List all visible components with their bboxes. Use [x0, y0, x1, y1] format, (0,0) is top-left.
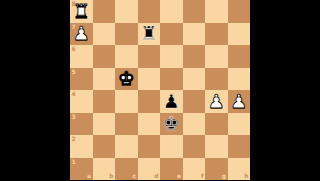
square-c7[interactable]: [115, 23, 138, 46]
square-c6[interactable]: [115, 45, 138, 68]
square-a7[interactable]: 7♟: [70, 23, 93, 46]
square-e6[interactable]: [160, 45, 183, 68]
square-a6[interactable]: 6: [70, 45, 93, 68]
square-b5[interactable]: [93, 68, 116, 91]
square-a1[interactable]: 1a: [70, 158, 93, 181]
square-f7[interactable]: [183, 23, 206, 46]
square-g3[interactable]: [205, 113, 228, 136]
file-label-c: c: [132, 173, 136, 179]
file-label-d: d: [154, 173, 158, 179]
square-c5[interactable]: ♚: [115, 68, 138, 91]
square-a4[interactable]: 4: [70, 90, 93, 113]
piece-black-pawn[interactable]: ♟: [160, 90, 183, 113]
square-f4[interactable]: [183, 90, 206, 113]
square-g8[interactable]: [205, 0, 228, 23]
square-a8[interactable]: 8♜: [70, 0, 93, 23]
square-h2[interactable]: [228, 135, 251, 158]
square-d5[interactable]: [138, 68, 161, 91]
square-e7[interactable]: [160, 23, 183, 46]
square-a5[interactable]: 5: [70, 68, 93, 91]
square-d7[interactable]: ♜: [138, 23, 161, 46]
chess-board: 8♜7♟♜65♚4♟♟♟3♚21abcdefgh: [70, 0, 250, 180]
square-f2[interactable]: [183, 135, 206, 158]
square-h7[interactable]: [228, 23, 251, 46]
square-c2[interactable]: [115, 135, 138, 158]
square-d2[interactable]: [138, 135, 161, 158]
square-b4[interactable]: [93, 90, 116, 113]
square-g5[interactable]: [205, 68, 228, 91]
square-b7[interactable]: [93, 23, 116, 46]
square-g7[interactable]: [205, 23, 228, 46]
square-h4[interactable]: ♟: [228, 90, 251, 113]
square-d8[interactable]: [138, 0, 161, 23]
file-label-f: f: [201, 173, 204, 179]
square-a2[interactable]: 2: [70, 135, 93, 158]
rank-label-6: 6: [72, 46, 76, 52]
piece-white-pawn[interactable]: ♟: [228, 90, 251, 113]
square-e8[interactable]: [160, 0, 183, 23]
square-f6[interactable]: [183, 45, 206, 68]
square-h6[interactable]: [228, 45, 251, 68]
square-g6[interactable]: [205, 45, 228, 68]
square-c3[interactable]: [115, 113, 138, 136]
file-label-e: e: [177, 173, 181, 179]
square-c8[interactable]: [115, 0, 138, 23]
square-e3[interactable]: ♚: [160, 113, 183, 136]
rank-label-3: 3: [72, 114, 76, 120]
rank-label-1: 1: [72, 159, 76, 165]
square-e5[interactable]: [160, 68, 183, 91]
piece-black-king[interactable]: ♚: [160, 113, 183, 136]
square-b1[interactable]: b: [93, 158, 116, 181]
square-d6[interactable]: [138, 45, 161, 68]
piece-black-rook[interactable]: ♜: [138, 23, 161, 46]
square-f3[interactable]: [183, 113, 206, 136]
piece-white-king[interactable]: ♚: [115, 68, 138, 91]
file-label-b: b: [109, 173, 113, 179]
square-g4[interactable]: ♟: [205, 90, 228, 113]
piece-white-rook[interactable]: ♜: [70, 0, 93, 23]
chess-app-stage: 8♜7♟♜65♚4♟♟♟3♚21abcdefgh: [0, 0, 320, 180]
square-e4[interactable]: ♟: [160, 90, 183, 113]
piece-white-pawn[interactable]: ♟: [70, 23, 93, 46]
square-f5[interactable]: [183, 68, 206, 91]
square-g2[interactable]: [205, 135, 228, 158]
square-g1[interactable]: g: [205, 158, 228, 181]
square-d3[interactable]: [138, 113, 161, 136]
square-c1[interactable]: c: [115, 158, 138, 181]
square-h5[interactable]: [228, 68, 251, 91]
square-d4[interactable]: [138, 90, 161, 113]
piece-white-pawn[interactable]: ♟: [205, 90, 228, 113]
square-h3[interactable]: [228, 113, 251, 136]
square-f8[interactable]: [183, 0, 206, 23]
rank-label-2: 2: [72, 136, 76, 142]
square-b8[interactable]: [93, 0, 116, 23]
square-e1[interactable]: e: [160, 158, 183, 181]
square-d1[interactable]: d: [138, 158, 161, 181]
file-label-a: a: [87, 173, 91, 179]
square-c4[interactable]: [115, 90, 138, 113]
file-label-g: g: [222, 173, 226, 179]
file-label-h: h: [244, 173, 248, 179]
square-f1[interactable]: f: [183, 158, 206, 181]
square-b3[interactable]: [93, 113, 116, 136]
square-h8[interactable]: [228, 0, 251, 23]
square-a3[interactable]: 3: [70, 113, 93, 136]
rank-label-4: 4: [72, 91, 76, 97]
square-h1[interactable]: h: [228, 158, 251, 181]
square-b2[interactable]: [93, 135, 116, 158]
rank-label-5: 5: [72, 69, 76, 75]
square-e2[interactable]: [160, 135, 183, 158]
square-b6[interactable]: [93, 45, 116, 68]
